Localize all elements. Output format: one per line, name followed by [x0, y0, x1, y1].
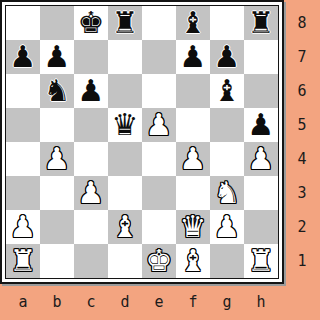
square-a4[interactable]	[6, 142, 40, 176]
square-b4[interactable]: ♟	[40, 142, 74, 176]
square-e1[interactable]: ♚	[142, 244, 176, 278]
square-c8[interactable]: ♚	[74, 6, 108, 40]
file-label-c: c	[74, 286, 108, 318]
piece-bp-b7[interactable]: ♟	[44, 40, 71, 74]
square-g3[interactable]: ♞	[210, 176, 244, 210]
file-label-b: b	[40, 286, 74, 318]
piece-wr-h1[interactable]: ♜	[248, 244, 275, 278]
square-a5[interactable]	[6, 108, 40, 142]
square-c4[interactable]	[74, 142, 108, 176]
square-c5[interactable]	[74, 108, 108, 142]
square-a8[interactable]	[6, 6, 40, 40]
square-f1[interactable]: ♝	[176, 244, 210, 278]
piece-bp-a7[interactable]: ♟	[10, 40, 37, 74]
piece-wk-e1[interactable]: ♚	[146, 244, 173, 278]
square-b8[interactable]	[40, 6, 74, 40]
square-c6[interactable]: ♟	[74, 74, 108, 108]
piece-wp-c3[interactable]: ♟	[78, 176, 105, 210]
square-h6[interactable]	[244, 74, 278, 108]
square-a2[interactable]: ♟	[6, 210, 40, 244]
piece-bp-g7[interactable]: ♟	[214, 40, 241, 74]
square-f6[interactable]	[176, 74, 210, 108]
page-background: ♚♜♝♜♟♟♟♟♞♟♝♛♟♟♟♟♟♟♞♟♝♛♟♜♚♝♜ 87654321 abc…	[0, 0, 320, 320]
square-g2[interactable]: ♟	[210, 210, 244, 244]
piece-wq-f2[interactable]: ♛	[180, 210, 207, 244]
square-b3[interactable]	[40, 176, 74, 210]
square-g1[interactable]	[210, 244, 244, 278]
square-f4[interactable]: ♟	[176, 142, 210, 176]
rank-label-5: 5	[286, 108, 318, 142]
square-f7[interactable]: ♟	[176, 40, 210, 74]
square-a3[interactable]	[6, 176, 40, 210]
square-g7[interactable]: ♟	[210, 40, 244, 74]
piece-bp-f7[interactable]: ♟	[180, 40, 207, 74]
square-d2[interactable]: ♝	[108, 210, 142, 244]
square-d5[interactable]: ♛	[108, 108, 142, 142]
square-e7[interactable]	[142, 40, 176, 74]
square-h3[interactable]	[244, 176, 278, 210]
square-c1[interactable]	[74, 244, 108, 278]
square-b5[interactable]	[40, 108, 74, 142]
square-g8[interactable]	[210, 6, 244, 40]
piece-wp-h4[interactable]: ♟	[248, 142, 275, 176]
rank-label-1: 1	[286, 244, 318, 278]
square-a6[interactable]	[6, 74, 40, 108]
square-h8[interactable]: ♜	[244, 6, 278, 40]
square-e5[interactable]: ♟	[142, 108, 176, 142]
square-d1[interactable]	[108, 244, 142, 278]
file-label-d: d	[108, 286, 142, 318]
piece-wp-e5[interactable]: ♟	[146, 108, 173, 142]
square-f3[interactable]	[176, 176, 210, 210]
square-f8[interactable]: ♝	[176, 6, 210, 40]
piece-bp-h5[interactable]: ♟	[248, 108, 275, 142]
square-d6[interactable]	[108, 74, 142, 108]
piece-wp-b4[interactable]: ♟	[44, 142, 71, 176]
piece-wb-d2[interactable]: ♝	[112, 210, 139, 244]
square-f5[interactable]	[176, 108, 210, 142]
piece-wr-a1[interactable]: ♜	[10, 244, 37, 278]
piece-bb-f8[interactable]: ♝	[180, 6, 207, 40]
square-e3[interactable]	[142, 176, 176, 210]
piece-br-d8[interactable]: ♜	[112, 6, 139, 40]
rank-label-3: 3	[286, 176, 318, 210]
piece-bq-d5[interactable]: ♛	[112, 108, 139, 142]
square-b7[interactable]: ♟	[40, 40, 74, 74]
square-e8[interactable]	[142, 6, 176, 40]
square-h4[interactable]: ♟	[244, 142, 278, 176]
piece-wp-g2[interactable]: ♟	[214, 210, 241, 244]
rank-label-8: 8	[286, 6, 318, 40]
square-b2[interactable]	[40, 210, 74, 244]
piece-wp-a2[interactable]: ♟	[10, 210, 37, 244]
file-label-h: h	[244, 286, 278, 318]
square-c7[interactable]	[74, 40, 108, 74]
square-d4[interactable]	[108, 142, 142, 176]
square-e6[interactable]	[142, 74, 176, 108]
piece-wn-g3[interactable]: ♞	[214, 176, 241, 210]
rank-labels: 87654321	[286, 6, 318, 278]
rank-label-7: 7	[286, 40, 318, 74]
piece-bb-g6[interactable]: ♝	[214, 74, 241, 108]
square-c2[interactable]	[74, 210, 108, 244]
rank-label-2: 2	[286, 210, 318, 244]
square-g6[interactable]: ♝	[210, 74, 244, 108]
chess-board: ♚♜♝♜♟♟♟♟♞♟♝♛♟♟♟♟♟♟♞♟♝♛♟♜♚♝♜	[5, 5, 279, 279]
square-h5[interactable]: ♟	[244, 108, 278, 142]
square-h1[interactable]: ♜	[244, 244, 278, 278]
piece-wp-f4[interactable]: ♟	[180, 142, 207, 176]
square-g5[interactable]	[210, 108, 244, 142]
square-h7[interactable]	[244, 40, 278, 74]
piece-br-h8[interactable]: ♜	[248, 6, 275, 40]
file-label-a: a	[6, 286, 40, 318]
piece-wb-f1[interactable]: ♝	[180, 244, 207, 278]
piece-bp-c6[interactable]: ♟	[78, 74, 105, 108]
square-a1[interactable]: ♜	[6, 244, 40, 278]
square-g4[interactable]	[210, 142, 244, 176]
file-label-f: f	[176, 286, 210, 318]
rank-label-6: 6	[286, 74, 318, 108]
square-d3[interactable]	[108, 176, 142, 210]
file-label-g: g	[210, 286, 244, 318]
square-b1[interactable]	[40, 244, 74, 278]
chess-board-frame: ♚♜♝♜♟♟♟♟♞♟♝♛♟♟♟♟♟♟♞♟♝♛♟♜♚♝♜	[0, 0, 284, 284]
square-b6[interactable]: ♞	[40, 74, 74, 108]
square-d7[interactable]	[108, 40, 142, 74]
square-a7[interactable]: ♟	[6, 40, 40, 74]
square-h2[interactable]	[244, 210, 278, 244]
square-e4[interactable]	[142, 142, 176, 176]
piece-bn-b6[interactable]: ♞	[44, 74, 71, 108]
square-e2[interactable]	[142, 210, 176, 244]
square-f2[interactable]: ♛	[176, 210, 210, 244]
piece-bk-c8[interactable]: ♚	[78, 6, 105, 40]
rank-label-4: 4	[286, 142, 318, 176]
file-labels: abcdefgh	[6, 286, 278, 318]
square-c3[interactable]: ♟	[74, 176, 108, 210]
square-d8[interactable]: ♜	[108, 6, 142, 40]
file-label-e: e	[142, 286, 176, 318]
